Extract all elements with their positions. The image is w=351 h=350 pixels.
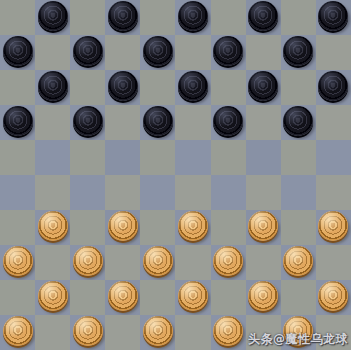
square-r5c9 bbox=[316, 175, 351, 210]
square-r2c6 bbox=[211, 70, 246, 105]
black-man-piece[interactable] bbox=[213, 106, 243, 136]
square-r4c5[interactable] bbox=[175, 140, 210, 175]
square-r7c0[interactable] bbox=[0, 245, 35, 280]
black-man-piece[interactable] bbox=[73, 36, 103, 66]
black-man-piece[interactable] bbox=[38, 71, 68, 101]
square-r2c3[interactable] bbox=[105, 70, 140, 105]
white-man-piece[interactable] bbox=[213, 316, 243, 346]
screenshot-stage: 头条@魔性乌龙球 bbox=[0, 0, 351, 350]
square-r2c2 bbox=[70, 70, 105, 105]
square-r0c0 bbox=[0, 0, 35, 35]
square-r2c5[interactable] bbox=[175, 70, 210, 105]
square-r0c7[interactable] bbox=[246, 0, 281, 35]
square-r7c5 bbox=[175, 245, 210, 280]
watermark-text: 头条@魔性乌龙球 bbox=[248, 331, 348, 348]
square-r9c2[interactable] bbox=[70, 315, 105, 350]
square-r7c4[interactable] bbox=[140, 245, 175, 280]
square-r4c9[interactable] bbox=[316, 140, 351, 175]
square-r7c7 bbox=[246, 245, 281, 280]
square-r5c4[interactable] bbox=[140, 175, 175, 210]
square-r7c3 bbox=[105, 245, 140, 280]
white-man-piece[interactable] bbox=[213, 246, 243, 276]
square-r1c7 bbox=[246, 35, 281, 70]
draughts-board bbox=[0, 0, 351, 350]
square-r5c0[interactable] bbox=[0, 175, 35, 210]
square-r6c3[interactable] bbox=[105, 210, 140, 245]
square-r0c2 bbox=[70, 0, 105, 35]
square-r1c3 bbox=[105, 35, 140, 70]
square-r9c4[interactable] bbox=[140, 315, 175, 350]
black-man-piece[interactable] bbox=[283, 36, 313, 66]
square-r1c4[interactable] bbox=[140, 35, 175, 70]
square-r1c2[interactable] bbox=[70, 35, 105, 70]
square-r2c9[interactable] bbox=[316, 70, 351, 105]
black-man-piece[interactable] bbox=[318, 1, 348, 31]
white-man-piece[interactable] bbox=[143, 316, 173, 346]
square-r6c6 bbox=[211, 210, 246, 245]
white-man-piece[interactable] bbox=[318, 211, 348, 241]
square-r8c1[interactable] bbox=[35, 280, 70, 315]
white-man-piece[interactable] bbox=[178, 281, 208, 311]
square-r4c4 bbox=[140, 140, 175, 175]
square-r1c9 bbox=[316, 35, 351, 70]
black-man-piece[interactable] bbox=[248, 71, 278, 101]
square-r9c6[interactable] bbox=[211, 315, 246, 350]
square-r3c5 bbox=[175, 105, 210, 140]
square-r3c7 bbox=[246, 105, 281, 140]
square-r2c4 bbox=[140, 70, 175, 105]
white-man-piece[interactable] bbox=[108, 211, 138, 241]
square-r8c2 bbox=[70, 280, 105, 315]
square-r5c3 bbox=[105, 175, 140, 210]
black-man-piece[interactable] bbox=[108, 71, 138, 101]
square-r6c7[interactable] bbox=[246, 210, 281, 245]
white-man-piece[interactable] bbox=[73, 246, 103, 276]
white-man-piece[interactable] bbox=[283, 246, 313, 276]
square-r5c7 bbox=[246, 175, 281, 210]
square-r2c0 bbox=[0, 70, 35, 105]
square-r5c2[interactable] bbox=[70, 175, 105, 210]
white-man-piece[interactable] bbox=[143, 246, 173, 276]
square-r8c7[interactable] bbox=[246, 280, 281, 315]
black-man-piece[interactable] bbox=[3, 36, 33, 66]
square-r8c4 bbox=[140, 280, 175, 315]
square-r2c7[interactable] bbox=[246, 70, 281, 105]
square-r7c9 bbox=[316, 245, 351, 280]
square-r6c8 bbox=[281, 210, 316, 245]
square-r0c8 bbox=[281, 0, 316, 35]
square-r6c4 bbox=[140, 210, 175, 245]
black-man-piece[interactable] bbox=[108, 1, 138, 31]
square-r5c6[interactable] bbox=[211, 175, 246, 210]
square-r4c3[interactable] bbox=[105, 140, 140, 175]
white-man-piece[interactable] bbox=[318, 281, 348, 311]
square-r6c5[interactable] bbox=[175, 210, 210, 245]
square-r6c2 bbox=[70, 210, 105, 245]
black-man-piece[interactable] bbox=[143, 36, 173, 66]
white-man-piece[interactable] bbox=[3, 246, 33, 276]
square-r8c9[interactable] bbox=[316, 280, 351, 315]
black-man-piece[interactable] bbox=[178, 71, 208, 101]
white-man-piece[interactable] bbox=[73, 316, 103, 346]
square-r9c0[interactable] bbox=[0, 315, 35, 350]
white-man-piece[interactable] bbox=[178, 211, 208, 241]
square-r0c5[interactable] bbox=[175, 0, 210, 35]
square-r3c8[interactable] bbox=[281, 105, 316, 140]
square-r1c8[interactable] bbox=[281, 35, 316, 70]
square-r7c6[interactable] bbox=[211, 245, 246, 280]
white-man-piece[interactable] bbox=[38, 281, 68, 311]
black-man-piece[interactable] bbox=[248, 1, 278, 31]
square-r5c1 bbox=[35, 175, 70, 210]
square-r7c2[interactable] bbox=[70, 245, 105, 280]
square-r4c0 bbox=[0, 140, 35, 175]
square-r4c8 bbox=[281, 140, 316, 175]
square-r4c1[interactable] bbox=[35, 140, 70, 175]
square-r1c0[interactable] bbox=[0, 35, 35, 70]
white-man-piece[interactable] bbox=[248, 211, 278, 241]
square-r4c6 bbox=[211, 140, 246, 175]
square-r4c7[interactable] bbox=[246, 140, 281, 175]
square-r5c5 bbox=[175, 175, 210, 210]
square-r3c4[interactable] bbox=[140, 105, 175, 140]
square-r8c5[interactable] bbox=[175, 280, 210, 315]
square-r7c8[interactable] bbox=[281, 245, 316, 280]
square-r3c6[interactable] bbox=[211, 105, 246, 140]
square-r1c5 bbox=[175, 35, 210, 70]
square-r6c9[interactable] bbox=[316, 210, 351, 245]
square-r6c0 bbox=[0, 210, 35, 245]
white-man-piece[interactable] bbox=[248, 281, 278, 311]
black-man-piece[interactable] bbox=[318, 71, 348, 101]
square-r3c0[interactable] bbox=[0, 105, 35, 140]
square-r0c9[interactable] bbox=[316, 0, 351, 35]
square-r0c3[interactable] bbox=[105, 0, 140, 35]
square-r8c6 bbox=[211, 280, 246, 315]
square-r2c8 bbox=[281, 70, 316, 105]
square-r1c6[interactable] bbox=[211, 35, 246, 70]
square-r8c0 bbox=[0, 280, 35, 315]
square-r8c8 bbox=[281, 280, 316, 315]
square-r4c2 bbox=[70, 140, 105, 175]
white-man-piece[interactable] bbox=[38, 211, 68, 241]
black-man-piece[interactable] bbox=[3, 106, 33, 136]
square-r3c2[interactable] bbox=[70, 105, 105, 140]
white-man-piece[interactable] bbox=[3, 316, 33, 346]
square-r0c6 bbox=[211, 0, 246, 35]
black-man-piece[interactable] bbox=[143, 106, 173, 136]
black-man-piece[interactable] bbox=[38, 1, 68, 31]
square-r2c1[interactable] bbox=[35, 70, 70, 105]
square-r8c3[interactable] bbox=[105, 280, 140, 315]
square-r5c8[interactable] bbox=[281, 175, 316, 210]
square-r0c4 bbox=[140, 0, 175, 35]
square-r3c1 bbox=[35, 105, 70, 140]
square-r9c1 bbox=[35, 315, 70, 350]
square-r9c5 bbox=[175, 315, 210, 350]
square-r3c3 bbox=[105, 105, 140, 140]
square-r1c1 bbox=[35, 35, 70, 70]
black-man-piece[interactable] bbox=[73, 106, 103, 136]
black-man-piece[interactable] bbox=[213, 36, 243, 66]
black-man-piece[interactable] bbox=[283, 106, 313, 136]
square-r7c1 bbox=[35, 245, 70, 280]
square-r0c1[interactable] bbox=[35, 0, 70, 35]
square-r9c3 bbox=[105, 315, 140, 350]
white-man-piece[interactable] bbox=[108, 281, 138, 311]
black-man-piece[interactable] bbox=[178, 1, 208, 31]
square-r3c9 bbox=[316, 105, 351, 140]
square-r6c1[interactable] bbox=[35, 210, 70, 245]
